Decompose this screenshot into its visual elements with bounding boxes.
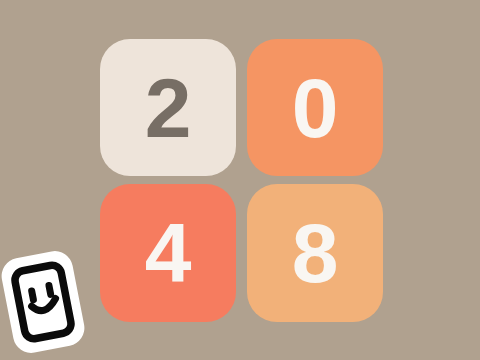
phone-smiley-icon: [0, 247, 89, 357]
tile-8: 8: [247, 184, 383, 322]
app-splash-2048: 2 0 4 8: [0, 0, 480, 360]
board-2048[interactable]: 2 0 4 8: [100, 39, 383, 322]
tile-0: 0: [247, 39, 383, 176]
tile-4: 4: [100, 184, 236, 322]
smiling-phone-sticker-icon: [0, 247, 89, 357]
tile-2: 2: [100, 39, 236, 176]
